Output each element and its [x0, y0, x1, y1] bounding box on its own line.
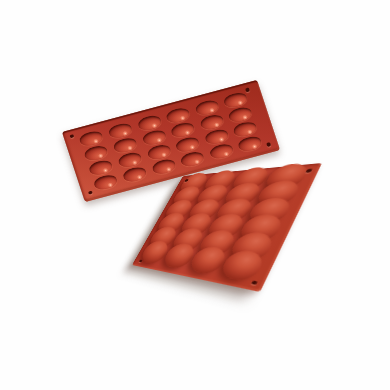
cavity [121, 165, 147, 183]
cavity [93, 173, 119, 191]
cavity [174, 135, 200, 153]
cavity [117, 151, 143, 169]
corner-hole [245, 87, 250, 91]
cavity [107, 122, 133, 140]
cavity [83, 144, 109, 162]
corner-hole [306, 169, 313, 173]
cavity [170, 121, 196, 139]
cavity [223, 91, 249, 109]
cavity [88, 158, 114, 176]
cavity [150, 158, 176, 176]
cavity [179, 150, 205, 168]
corner-hole [69, 134, 74, 138]
cavity-grid [62, 80, 257, 132]
corner-hole [266, 142, 271, 146]
cavity [165, 106, 191, 124]
cavity [208, 142, 234, 160]
corner-hole [138, 259, 142, 262]
corner-hole [88, 190, 93, 194]
cavity [232, 120, 258, 138]
cavity [227, 105, 253, 123]
front-mold-dome-side [132, 163, 322, 292]
cavity [78, 129, 104, 147]
cavity [112, 136, 138, 154]
corner-hole [251, 280, 258, 285]
photo-stage [0, 0, 390, 390]
cavity [237, 135, 263, 153]
cavity [194, 99, 220, 117]
